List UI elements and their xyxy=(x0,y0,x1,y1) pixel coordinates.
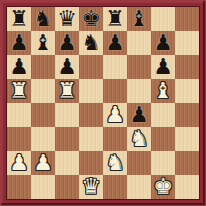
square-d7[interactable]: ♞ xyxy=(79,31,103,55)
square-f5[interactable] xyxy=(127,79,151,103)
square-c6[interactable]: ♟ xyxy=(55,55,79,79)
square-g8[interactable] xyxy=(151,7,175,31)
square-d4[interactable] xyxy=(79,103,103,127)
piece-white-rook: ♜ xyxy=(9,79,29,103)
square-b8[interactable]: ♞ xyxy=(31,7,55,31)
square-h6[interactable] xyxy=(175,55,199,79)
piece-black-rook: ♜ xyxy=(105,7,125,31)
square-a7[interactable]: ♟ xyxy=(7,31,31,55)
square-g7[interactable]: ♟ xyxy=(151,31,175,55)
chess-board: ♜♞♛♚♜♝♟♝♟♞♟♟♟♟♟♜♜♝♟♟♞♟♟♞♛♚ xyxy=(7,7,199,199)
square-g3[interactable] xyxy=(151,127,175,151)
square-c3[interactable] xyxy=(55,127,79,151)
piece-black-pawn: ♟ xyxy=(9,55,29,79)
square-a8[interactable]: ♜ xyxy=(7,7,31,31)
square-e2[interactable]: ♞ xyxy=(103,151,127,175)
piece-black-pawn: ♟ xyxy=(57,31,77,55)
piece-black-bishop: ♝ xyxy=(129,7,149,31)
square-f7[interactable] xyxy=(127,31,151,55)
square-d5[interactable] xyxy=(79,79,103,103)
piece-white-pawn: ♟ xyxy=(105,103,125,127)
square-e5[interactable] xyxy=(103,79,127,103)
square-h2[interactable] xyxy=(175,151,199,175)
square-c7[interactable]: ♟ xyxy=(55,31,79,55)
square-d6[interactable] xyxy=(79,55,103,79)
square-h3[interactable] xyxy=(175,127,199,151)
piece-white-knight: ♞ xyxy=(105,151,125,175)
square-a3[interactable] xyxy=(7,127,31,151)
chess-board-frame: ♜♞♛♚♜♝♟♝♟♞♟♟♟♟♟♜♜♝♟♟♞♟♟♞♛♚ xyxy=(0,0,206,206)
square-a6[interactable]: ♟ xyxy=(7,55,31,79)
piece-black-king: ♚ xyxy=(81,7,101,31)
piece-white-bishop: ♝ xyxy=(153,79,173,103)
square-c2[interactable] xyxy=(55,151,79,175)
square-f8[interactable]: ♝ xyxy=(127,7,151,31)
square-f6[interactable] xyxy=(127,55,151,79)
square-f2[interactable] xyxy=(127,151,151,175)
square-d8[interactable]: ♚ xyxy=(79,7,103,31)
piece-white-king: ♚ xyxy=(153,175,173,199)
square-b2[interactable]: ♟ xyxy=(31,151,55,175)
piece-white-pawn: ♟ xyxy=(9,151,29,175)
square-e1[interactable] xyxy=(103,175,127,199)
square-a4[interactable] xyxy=(7,103,31,127)
piece-black-pawn: ♟ xyxy=(9,31,29,55)
square-h8[interactable] xyxy=(175,7,199,31)
square-f3[interactable]: ♞ xyxy=(127,127,151,151)
square-c4[interactable] xyxy=(55,103,79,127)
square-c1[interactable] xyxy=(55,175,79,199)
square-e4[interactable]: ♟ xyxy=(103,103,127,127)
square-h5[interactable] xyxy=(175,79,199,103)
square-b6[interactable] xyxy=(31,55,55,79)
square-g1[interactable]: ♚ xyxy=(151,175,175,199)
piece-black-rook: ♜ xyxy=(9,7,29,31)
square-b4[interactable] xyxy=(31,103,55,127)
square-d1[interactable]: ♛ xyxy=(79,175,103,199)
square-f1[interactable] xyxy=(127,175,151,199)
square-f4[interactable]: ♟ xyxy=(127,103,151,127)
square-a5[interactable]: ♜ xyxy=(7,79,31,103)
piece-black-pawn: ♟ xyxy=(105,31,125,55)
piece-black-queen: ♛ xyxy=(57,7,77,31)
square-e7[interactable]: ♟ xyxy=(103,31,127,55)
square-e3[interactable] xyxy=(103,127,127,151)
piece-black-knight: ♞ xyxy=(81,31,101,55)
piece-black-pawn: ♟ xyxy=(153,31,173,55)
square-g4[interactable] xyxy=(151,103,175,127)
square-g5[interactable]: ♝ xyxy=(151,79,175,103)
piece-white-queen: ♛ xyxy=(81,175,101,199)
square-g2[interactable] xyxy=(151,151,175,175)
piece-white-rook: ♜ xyxy=(57,79,77,103)
square-a2[interactable]: ♟ xyxy=(7,151,31,175)
square-a1[interactable] xyxy=(7,175,31,199)
square-g6[interactable]: ♟ xyxy=(151,55,175,79)
square-b7[interactable]: ♝ xyxy=(31,31,55,55)
square-d3[interactable] xyxy=(79,127,103,151)
square-b5[interactable] xyxy=(31,79,55,103)
square-b1[interactable] xyxy=(31,175,55,199)
piece-white-pawn: ♟ xyxy=(33,151,53,175)
square-h1[interactable] xyxy=(175,175,199,199)
square-d2[interactable] xyxy=(79,151,103,175)
piece-black-bishop: ♝ xyxy=(33,31,53,55)
square-c5[interactable]: ♜ xyxy=(55,79,79,103)
square-h4[interactable] xyxy=(175,103,199,127)
square-c8[interactable]: ♛ xyxy=(55,7,79,31)
piece-black-pawn: ♟ xyxy=(153,55,173,79)
square-e8[interactable]: ♜ xyxy=(103,7,127,31)
square-h7[interactable] xyxy=(175,31,199,55)
piece-black-pawn: ♟ xyxy=(129,103,149,127)
square-b3[interactable] xyxy=(31,127,55,151)
piece-white-knight: ♞ xyxy=(129,127,149,151)
piece-black-pawn: ♟ xyxy=(57,55,77,79)
square-e6[interactable] xyxy=(103,55,127,79)
piece-black-knight: ♞ xyxy=(33,7,53,31)
